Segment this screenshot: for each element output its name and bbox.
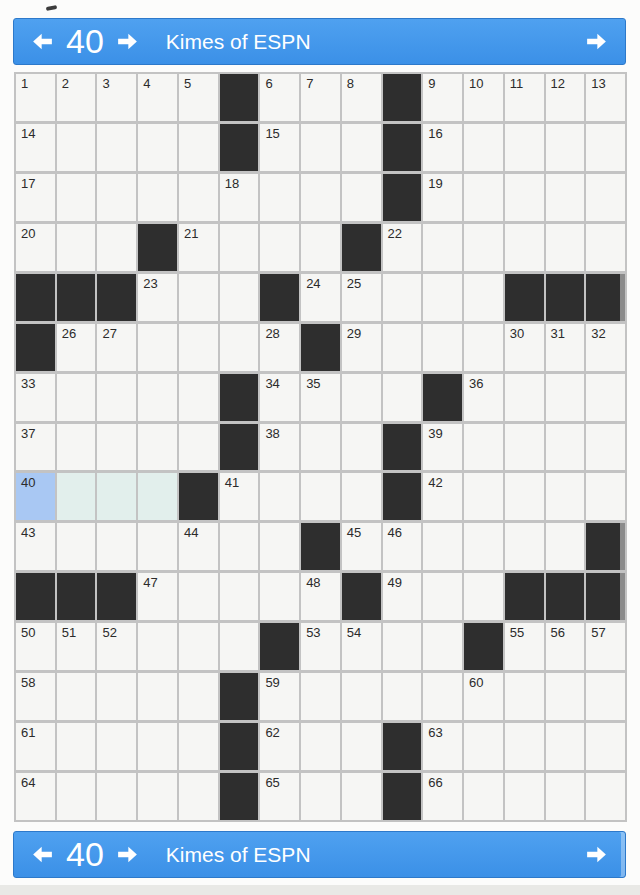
grid-cell[interactable] — [179, 623, 218, 670]
cell-number-label: 60 — [469, 676, 483, 689]
grid-cell[interactable] — [586, 174, 625, 221]
grid-cell[interactable] — [423, 224, 462, 271]
grid-cell[interactable]: 46 — [383, 523, 422, 570]
black-cell — [546, 274, 585, 321]
cell-number-label: 55 — [510, 626, 524, 639]
grid-cell[interactable] — [138, 623, 177, 670]
grid-cell[interactable]: 9 — [423, 74, 462, 121]
cell-number-label: 48 — [306, 576, 320, 589]
grid-cell[interactable] — [220, 573, 259, 620]
cell-number-label: 36 — [469, 377, 483, 390]
grid-cell[interactable] — [179, 773, 218, 820]
black-cell — [383, 174, 422, 221]
grid-cell[interactable] — [220, 274, 259, 321]
grid-cell[interactable] — [505, 723, 544, 770]
grid-cell[interactable] — [97, 224, 136, 271]
grid-cell[interactable]: 41 — [220, 473, 259, 520]
black-cell — [220, 74, 259, 121]
grid-cell[interactable] — [586, 424, 625, 471]
cell-number-label: 17 — [21, 177, 35, 190]
grid-cell[interactable] — [260, 473, 299, 520]
grid-cell[interactable] — [586, 723, 625, 770]
clue-bar-bottom: 40 Kimes of ESPN — [13, 831, 626, 878]
grid-cell[interactable] — [505, 673, 544, 720]
grid-cell[interactable] — [138, 324, 177, 371]
grid-cell[interactable] — [505, 124, 544, 171]
grid-cell[interactable] — [138, 773, 177, 820]
black-cell — [220, 773, 259, 820]
grid-cell[interactable] — [138, 124, 177, 171]
grid-cell[interactable]: 7 — [301, 74, 340, 121]
grid-cell[interactable]: 52 — [97, 623, 136, 670]
cell-number-label: 62 — [265, 726, 279, 739]
clue-text: Kimes of ESPN — [166, 843, 311, 867]
grid-cell[interactable]: 38 — [260, 424, 299, 471]
grid-cell[interactable] — [586, 124, 625, 171]
cell-number-label: 66 — [428, 776, 442, 789]
black-cell — [383, 473, 422, 520]
black-cell — [505, 573, 544, 620]
cell-number-label: 40 — [21, 476, 35, 489]
grid-cell[interactable] — [301, 424, 340, 471]
grid-cell[interactable]: 18 — [220, 174, 259, 221]
grid-cell[interactable]: 56 — [546, 623, 585, 670]
black-cell — [342, 224, 381, 271]
grid-cell[interactable] — [423, 523, 462, 570]
cell-number-label: 45 — [347, 526, 361, 539]
cell-number-label: 53 — [306, 626, 320, 639]
grid-cell[interactable] — [97, 523, 136, 570]
grid-cell[interactable]: 57 — [586, 623, 625, 670]
grid-cell[interactable] — [342, 773, 381, 820]
grid-cell[interactable] — [220, 623, 259, 670]
cell-number-label: 5 — [184, 77, 191, 90]
cell-number-label: 25 — [347, 277, 361, 290]
grid-cell[interactable]: 8 — [342, 74, 381, 121]
grid-cell[interactable]: 60 — [464, 673, 503, 720]
prev-clue-button[interactable] — [30, 842, 55, 867]
black-cell — [16, 324, 55, 371]
grid-cell[interactable]: 42 — [423, 473, 462, 520]
grid-cell[interactable] — [546, 523, 585, 570]
cell-number-label: 41 — [225, 476, 239, 489]
black-cell — [383, 124, 422, 171]
cell-number-label: 33 — [21, 377, 35, 390]
grid-cell[interactable]: 23 — [138, 274, 177, 321]
grid-cell[interactable]: 12 — [546, 74, 585, 121]
grid-cell[interactable] — [423, 673, 462, 720]
cell-number-label: 16 — [428, 127, 442, 140]
grid-cell[interactable] — [464, 174, 503, 221]
crossword-app: 40 Kimes of ESPN 12345678910111213141516… — [0, 0, 640, 895]
grid-cell[interactable] — [342, 473, 381, 520]
cell-number-label: 61 — [21, 726, 35, 739]
grid-cell[interactable]: 31 — [546, 324, 585, 371]
grid-cell[interactable] — [179, 274, 218, 321]
cell-number-label: 35 — [306, 377, 320, 390]
grid-cell[interactable]: 6 — [260, 74, 299, 121]
grid-cell[interactable] — [505, 473, 544, 520]
grid-cell[interactable] — [57, 424, 96, 471]
grid-cell[interactable] — [505, 374, 544, 421]
grid-cell[interactable]: 29 — [342, 324, 381, 371]
grid-cell[interactable] — [97, 124, 136, 171]
cell-number-label: 8 — [347, 77, 354, 90]
jump-next-clue-button[interactable] — [584, 29, 609, 54]
grid-cell[interactable]: 17 — [16, 174, 55, 221]
cell-number-label: 50 — [21, 626, 35, 639]
grid-cell[interactable] — [138, 174, 177, 221]
grid-cell[interactable] — [301, 773, 340, 820]
highlighted-cell[interactable] — [138, 473, 177, 520]
cell-number-label: 56 — [551, 626, 565, 639]
grid-cell[interactable]: 49 — [383, 573, 422, 620]
cell-number-label: 42 — [428, 476, 442, 489]
page-background-strip — [0, 885, 640, 895]
grid-cell[interactable]: 20 — [16, 224, 55, 271]
cell-number-label: 47 — [143, 576, 157, 589]
grid-cell[interactable] — [260, 523, 299, 570]
grid-cell[interactable]: 54 — [342, 623, 381, 670]
grid-cell[interactable]: 51 — [57, 623, 96, 670]
cell-number-label: 2 — [62, 77, 69, 90]
clue-bar-top: 40 Kimes of ESPN — [13, 18, 626, 65]
grid-cell[interactable] — [505, 224, 544, 271]
grid-cell[interactable]: 58 — [16, 673, 55, 720]
black-cell — [16, 573, 55, 620]
grid-cell[interactable] — [586, 673, 625, 720]
grid-cell[interactable] — [138, 523, 177, 570]
cell-number-label: 31 — [551, 327, 565, 340]
cell-number-label: 19 — [428, 177, 442, 190]
grid-cell[interactable]: 66 — [423, 773, 462, 820]
grid-cell[interactable] — [220, 324, 259, 371]
black-cell — [342, 573, 381, 620]
cell-number-label: 24 — [306, 277, 320, 290]
grid-cell[interactable] — [464, 224, 503, 271]
cell-number-label: 18 — [225, 177, 239, 190]
grid-cell[interactable] — [57, 523, 96, 570]
grid-cell[interactable] — [138, 673, 177, 720]
grid-cell[interactable]: 16 — [423, 124, 462, 171]
grid-cell[interactable] — [342, 424, 381, 471]
stray-mark — [46, 5, 58, 11]
grid-cell[interactable] — [57, 773, 96, 820]
grid-cell[interactable]: 10 — [464, 74, 503, 121]
grid-cell[interactable] — [464, 573, 503, 620]
grid-cell[interactable]: 53 — [301, 623, 340, 670]
grid-cell[interactable]: 11 — [505, 74, 544, 121]
grid-cell[interactable] — [260, 174, 299, 221]
prev-clue-button[interactable] — [30, 29, 55, 54]
grid-cell[interactable] — [464, 424, 503, 471]
grid-cell[interactable] — [383, 673, 422, 720]
grid-cell[interactable]: 44 — [179, 523, 218, 570]
grid-cell[interactable]: 32 — [586, 324, 625, 371]
cell-number-label: 14 — [21, 127, 35, 140]
grid-cell[interactable] — [546, 374, 585, 421]
grid-cell[interactable]: 30 — [505, 324, 544, 371]
grid-cell[interactable]: 37 — [16, 424, 55, 471]
grid-cell[interactable] — [464, 773, 503, 820]
grid-cell[interactable] — [57, 673, 96, 720]
cell-number-label: 46 — [388, 526, 402, 539]
grid-cell[interactable] — [97, 723, 136, 770]
black-cell — [464, 623, 503, 670]
cell-number-label: 27 — [102, 327, 116, 340]
grid-cell[interactable]: 13 — [586, 74, 625, 121]
grid-cell[interactable]: 4 — [138, 74, 177, 121]
grid-cell[interactable] — [342, 124, 381, 171]
black-cell — [260, 623, 299, 670]
cell-number-label: 32 — [591, 327, 605, 340]
grid-cell[interactable] — [342, 673, 381, 720]
grid-cell[interactable]: 27 — [97, 324, 136, 371]
black-cell — [505, 274, 544, 321]
black-cell — [179, 473, 218, 520]
grid-cell[interactable]: 59 — [260, 673, 299, 720]
grid-cell[interactable]: 65 — [260, 773, 299, 820]
grid-cell[interactable]: 62 — [260, 723, 299, 770]
grid-cell[interactable] — [342, 723, 381, 770]
grid-cell[interactable] — [464, 324, 503, 371]
grid-cell[interactable] — [423, 324, 462, 371]
grid-cell[interactable] — [383, 623, 422, 670]
grid-cell[interactable]: 33 — [16, 374, 55, 421]
black-cell — [97, 573, 136, 620]
grid-cell[interactable] — [138, 374, 177, 421]
cell-number-label: 4 — [143, 77, 150, 90]
grid-cell[interactable] — [138, 424, 177, 471]
grid-cell[interactable] — [179, 673, 218, 720]
grid-cell[interactable] — [179, 174, 218, 221]
grid-cell[interactable]: 15 — [260, 124, 299, 171]
grid-cell[interactable] — [97, 374, 136, 421]
grid-cell[interactable] — [97, 424, 136, 471]
grid-cell[interactable] — [586, 473, 625, 520]
grid-cell[interactable] — [57, 174, 96, 221]
cell-number-label: 28 — [265, 327, 279, 340]
grid-cell[interactable] — [586, 224, 625, 271]
grid-cell[interactable]: 14 — [16, 124, 55, 171]
clue-number: 40 — [66, 24, 104, 58]
grid-cell[interactable]: 26 — [57, 324, 96, 371]
grid-cell[interactable]: 64 — [16, 773, 55, 820]
grid-cell[interactable]: 21 — [179, 224, 218, 271]
cell-number-label: 9 — [428, 77, 435, 90]
black-cell — [220, 124, 259, 171]
cell-number-label: 37 — [21, 427, 35, 440]
cell-number-label: 43 — [21, 526, 35, 539]
grid-cell[interactable] — [423, 623, 462, 670]
grid-cell[interactable] — [546, 773, 585, 820]
cell-number-label: 6 — [265, 77, 272, 90]
grid-cell[interactable] — [97, 773, 136, 820]
black-cell — [220, 374, 259, 421]
black-cell — [301, 324, 340, 371]
highlighted-cell[interactable] — [97, 473, 136, 520]
grid-cell[interactable] — [260, 573, 299, 620]
grid-cell[interactable] — [301, 224, 340, 271]
grid-cell[interactable] — [57, 723, 96, 770]
grid-cell[interactable] — [301, 124, 340, 171]
cell-number-label: 12 — [551, 77, 565, 90]
black-cell — [423, 374, 462, 421]
cell-number-label: 34 — [265, 377, 279, 390]
cell-number-label: 38 — [265, 427, 279, 440]
grid-cell[interactable]: 63 — [423, 723, 462, 770]
grid-cell[interactable] — [179, 324, 218, 371]
grid-cell[interactable] — [342, 374, 381, 421]
cell-number-label: 44 — [184, 526, 198, 539]
grid-cell[interactable] — [301, 723, 340, 770]
grid-cell[interactable] — [586, 374, 625, 421]
cell-number-label: 49 — [388, 576, 402, 589]
grid-cell[interactable]: 25 — [342, 274, 381, 321]
grid-cell[interactable]: 47 — [138, 573, 177, 620]
grid-cell[interactable] — [301, 673, 340, 720]
grid-cell[interactable] — [260, 224, 299, 271]
grid-cell[interactable] — [464, 274, 503, 321]
grid-cell[interactable] — [423, 274, 462, 321]
cell-number-label: 11 — [510, 77, 524, 90]
black-cell — [546, 573, 585, 620]
grid-cell[interactable] — [301, 174, 340, 221]
highlighted-cell[interactable] — [57, 473, 96, 520]
grid-cell[interactable]: 50 — [16, 623, 55, 670]
black-cell — [383, 773, 422, 820]
grid-cell[interactable] — [586, 773, 625, 820]
grid-cell[interactable] — [57, 124, 96, 171]
grid-cell[interactable] — [546, 673, 585, 720]
grid-cell[interactable] — [505, 523, 544, 570]
black-cell — [383, 424, 422, 471]
arrow-right-icon — [115, 842, 140, 867]
cell-number-label: 51 — [62, 626, 76, 639]
grid-cell[interactable] — [97, 673, 136, 720]
grid-cell[interactable] — [546, 224, 585, 271]
cell-number-label: 15 — [265, 127, 279, 140]
cell-number-label: 29 — [347, 327, 361, 340]
grid-cell[interactable] — [546, 424, 585, 471]
cell-number-label: 58 — [21, 676, 35, 689]
cell-number-label: 65 — [265, 776, 279, 789]
black-cell — [586, 573, 625, 620]
grid-cell[interactable] — [423, 573, 462, 620]
grid-cell[interactable]: 36 — [464, 374, 503, 421]
black-cell — [220, 723, 259, 770]
grid-cell[interactable] — [505, 424, 544, 471]
grid-cell[interactable] — [301, 473, 340, 520]
cell-number-label: 57 — [591, 626, 605, 639]
grid-cell[interactable]: 39 — [423, 424, 462, 471]
grid-cell[interactable] — [505, 174, 544, 221]
grid-cell[interactable] — [505, 773, 544, 820]
cell-number-label: 63 — [428, 726, 442, 739]
grid-cell[interactable] — [179, 124, 218, 171]
grid-cell[interactable] — [464, 473, 503, 520]
cell-number-label: 1 — [21, 77, 28, 90]
cell-number-label: 22 — [388, 227, 402, 240]
grid-cell[interactable]: 22 — [383, 224, 422, 271]
grid-cell[interactable] — [342, 174, 381, 221]
grid-cell[interactable] — [220, 523, 259, 570]
grid-cell[interactable]: 55 — [505, 623, 544, 670]
grid-cell[interactable]: 43 — [16, 523, 55, 570]
crossword-grid: 1234567891011121314151617181920212223242… — [14, 72, 627, 822]
selected-cell[interactable]: 40 — [16, 473, 55, 520]
grid-cell[interactable] — [546, 473, 585, 520]
grid-cell[interactable]: 3 — [97, 74, 136, 121]
cell-number-label: 3 — [102, 77, 109, 90]
grid-cell[interactable] — [138, 723, 177, 770]
black-cell — [57, 274, 96, 321]
grid-cell[interactable] — [179, 573, 218, 620]
grid-cell[interactable]: 48 — [301, 573, 340, 620]
grid-cell[interactable] — [179, 374, 218, 421]
grid-cell[interactable]: 61 — [16, 723, 55, 770]
grid-cell[interactable]: 19 — [423, 174, 462, 221]
grid-cell[interactable] — [464, 723, 503, 770]
black-cell — [301, 523, 340, 570]
grid-cell[interactable] — [464, 124, 503, 171]
grid-cell[interactable]: 24 — [301, 274, 340, 321]
black-cell — [220, 673, 259, 720]
grid-cell[interactable] — [220, 224, 259, 271]
cell-number-label: 10 — [469, 77, 483, 90]
black-cell — [97, 274, 136, 321]
grid-cell[interactable] — [546, 124, 585, 171]
black-cell — [220, 424, 259, 471]
grid-cell[interactable] — [179, 723, 218, 770]
cell-number-label: 21 — [184, 227, 198, 240]
cell-number-label: 30 — [510, 327, 524, 340]
cell-number-label: 39 — [428, 427, 442, 440]
clue-text: Kimes of ESPN — [166, 30, 311, 54]
grid-cell[interactable]: 2 — [57, 74, 96, 121]
grid-cell[interactable] — [546, 174, 585, 221]
grid-cell[interactable] — [383, 324, 422, 371]
grid-cell[interactable] — [464, 523, 503, 570]
black-cell — [57, 573, 96, 620]
cell-number-label: 52 — [102, 626, 116, 639]
grid-cell[interactable]: 1 — [16, 74, 55, 121]
next-clue-button[interactable] — [115, 842, 140, 867]
grid-cell[interactable]: 34 — [260, 374, 299, 421]
cell-number-label: 13 — [591, 77, 605, 90]
grid-cell[interactable]: 28 — [260, 324, 299, 371]
next-clue-button[interactable] — [115, 29, 140, 54]
grid-cell[interactable]: 5 — [179, 74, 218, 121]
grid-cell[interactable] — [57, 224, 96, 271]
arrow-right-icon — [584, 842, 609, 867]
grid-cell[interactable]: 45 — [342, 523, 381, 570]
black-cell — [586, 523, 625, 570]
cell-number-label: 26 — [62, 327, 76, 340]
jump-next-clue-button[interactable] — [584, 842, 609, 867]
grid-cell[interactable]: 35 — [301, 374, 340, 421]
black-cell — [260, 274, 299, 321]
grid-cell[interactable] — [383, 274, 422, 321]
grid-cell[interactable] — [57, 374, 96, 421]
grid-cell[interactable] — [383, 374, 422, 421]
black-cell — [16, 274, 55, 321]
cell-number-label: 59 — [265, 676, 279, 689]
grid-cell[interactable] — [97, 174, 136, 221]
black-cell — [383, 74, 422, 121]
grid-cell[interactable] — [546, 723, 585, 770]
grid-cell[interactable] — [179, 424, 218, 471]
